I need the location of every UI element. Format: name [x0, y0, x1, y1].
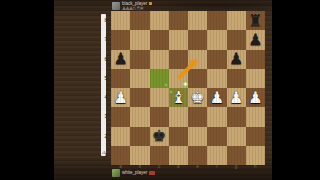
square-a1[interactable]	[111, 146, 130, 165]
square-e4[interactable]: ♚	[188, 88, 207, 107]
square-d4[interactable]: ♝	[169, 88, 188, 107]
piece-bP-a6[interactable]: ♟	[111, 50, 130, 69]
file-label-d: d	[169, 165, 188, 170]
square-g3[interactable]	[227, 107, 246, 126]
flag-badge	[149, 171, 155, 175]
square-d1[interactable]	[169, 146, 188, 165]
piece-wP-h4[interactable]: ♟	[246, 88, 265, 107]
square-c3[interactable]	[150, 107, 169, 126]
square-h6[interactable]	[246, 50, 265, 69]
file-label-f: f	[207, 165, 226, 170]
bottom-player-avatar[interactable]	[112, 169, 120, 177]
square-f8[interactable]	[207, 11, 226, 30]
square-d2[interactable]	[169, 127, 188, 146]
square-e3[interactable]	[188, 107, 207, 126]
square-g7[interactable]	[227, 30, 246, 49]
piece-wP-g4[interactable]: ♟	[227, 88, 246, 107]
square-h1[interactable]	[246, 146, 265, 165]
square-d5[interactable]	[169, 69, 188, 88]
square-a4[interactable]: ♟	[111, 88, 130, 107]
bottom-player-name[interactable]: white_player	[122, 171, 147, 176]
square-d7[interactable]	[169, 30, 188, 49]
file-label-h: h	[246, 165, 265, 170]
rank-label-3: 3	[94, 107, 108, 126]
square-f1[interactable]	[207, 146, 226, 165]
square-e5[interactable]	[188, 69, 207, 88]
square-b4[interactable]	[130, 88, 149, 107]
square-g6[interactable]: ♟	[227, 50, 246, 69]
piece-bP-g6[interactable]: ♟	[227, 50, 246, 69]
chess-board[interactable]: ♜♟♟♟♟♝♚♟♟♟♚	[111, 11, 265, 165]
top-player-bar: black_player ♙♙♙♘♖♕	[112, 2, 152, 10]
square-h3[interactable]	[246, 107, 265, 126]
square-f7[interactable]	[207, 30, 226, 49]
square-h2[interactable]	[246, 127, 265, 146]
square-a2[interactable]	[111, 127, 130, 146]
square-g5[interactable]	[227, 69, 246, 88]
rank-label-4: 4	[94, 88, 108, 107]
square-f3[interactable]	[207, 107, 226, 126]
square-b6[interactable]	[130, 50, 149, 69]
square-h4[interactable]: ♟	[246, 88, 265, 107]
square-g2[interactable]	[227, 127, 246, 146]
square-c4[interactable]	[150, 88, 169, 107]
rank-label-7: 7	[94, 30, 108, 49]
piece-bK-c2[interactable]: ♚	[150, 127, 169, 146]
square-h8[interactable]: ♜	[246, 11, 265, 30]
square-a8[interactable]	[111, 11, 130, 30]
square-a5[interactable]	[111, 69, 130, 88]
square-b5[interactable]	[130, 69, 149, 88]
square-b7[interactable]	[130, 30, 149, 49]
square-b2[interactable]	[130, 127, 149, 146]
square-c7[interactable]	[150, 30, 169, 49]
rank-label-8: 8	[94, 11, 108, 30]
square-c5[interactable]	[150, 69, 169, 88]
square-c8[interactable]	[150, 11, 169, 30]
file-label-g: g	[227, 165, 246, 170]
square-e8[interactable]	[188, 11, 207, 30]
square-e7[interactable]	[188, 30, 207, 49]
rank-label-2: 2	[94, 127, 108, 146]
piece-bR-h8[interactable]: ♜	[246, 11, 265, 30]
rank-label-1: 1	[94, 146, 108, 165]
square-g1[interactable]	[227, 146, 246, 165]
rank-label-6: 6	[94, 50, 108, 69]
square-b8[interactable]	[130, 11, 149, 30]
square-c2[interactable]: ♚	[150, 127, 169, 146]
piece-wB-d4[interactable]: ♝	[169, 88, 188, 107]
square-g8[interactable]	[227, 11, 246, 30]
square-h7[interactable]: ♟	[246, 30, 265, 49]
file-label-e: e	[188, 165, 207, 170]
square-e2[interactable]	[188, 127, 207, 146]
piece-wP-a4[interactable]: ♟	[111, 88, 130, 107]
square-f5[interactable]	[207, 69, 226, 88]
square-e6[interactable]	[188, 50, 207, 69]
last-move-from-highlight	[150, 69, 169, 88]
square-b1[interactable]	[130, 146, 149, 165]
square-c1[interactable]	[150, 146, 169, 165]
square-e1[interactable]	[188, 146, 207, 165]
square-a3[interactable]	[111, 107, 130, 126]
square-b3[interactable]	[130, 107, 149, 126]
flair-icon	[149, 2, 152, 5]
piece-wP-f4[interactable]: ♟	[207, 88, 226, 107]
square-d6[interactable]	[169, 50, 188, 69]
square-f2[interactable]	[207, 127, 226, 146]
rank-label-5: 5	[94, 69, 108, 88]
piece-wK-e4[interactable]: ♚	[188, 88, 207, 107]
square-h5[interactable]	[246, 69, 265, 88]
top-player-avatar[interactable]	[112, 2, 120, 10]
square-c6[interactable]	[150, 50, 169, 69]
square-f4[interactable]: ♟	[207, 88, 226, 107]
rank-labels: 87654321	[94, 11, 108, 165]
square-a7[interactable]	[111, 30, 130, 49]
bottom-player-bar: white_player	[112, 169, 155, 177]
square-f6[interactable]	[207, 50, 226, 69]
video-frame: black_player ♙♙♙♘♖♕ +8 87654321 abcdefgh…	[0, 0, 320, 180]
piece-bP-h7[interactable]: ♟	[246, 30, 265, 49]
square-g4[interactable]: ♟	[227, 88, 246, 107]
square-a6[interactable]: ♟	[111, 50, 130, 69]
square-d8[interactable]	[169, 11, 188, 30]
square-d3[interactable]	[169, 107, 188, 126]
